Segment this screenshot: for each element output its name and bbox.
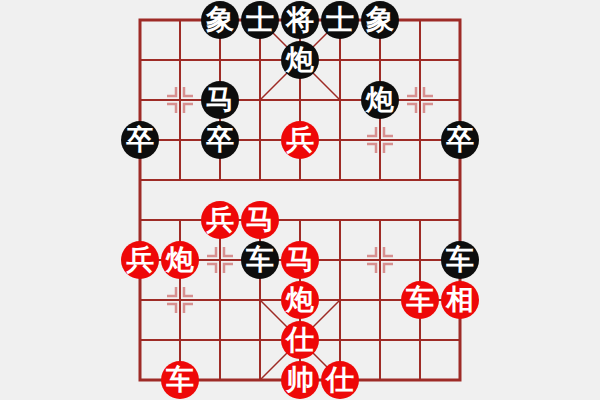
black-general[interactable]: 将 [281, 1, 319, 39]
black-chariot[interactable]: 车 [241, 241, 279, 279]
red-chariot[interactable]: 车 [401, 281, 439, 319]
board-grid[interactable]: 象士将士象炮马炮卒卒卒车车兵兵马兵炮马炮车相仕车帅仕 [120, 0, 480, 400]
black-cannon[interactable]: 炮 [361, 81, 399, 119]
red-chariot[interactable]: 车 [161, 361, 199, 399]
black-soldier[interactable]: 卒 [201, 121, 239, 159]
red-horse[interactable]: 马 [281, 241, 319, 279]
red-cannon[interactable]: 炮 [161, 241, 199, 279]
black-horse[interactable]: 马 [201, 81, 239, 119]
red-soldier[interactable]: 兵 [281, 121, 319, 159]
black-elephant[interactable]: 象 [201, 1, 239, 39]
black-advisor[interactable]: 士 [321, 1, 359, 39]
black-elephant[interactable]: 象 [361, 1, 399, 39]
black-advisor[interactable]: 士 [241, 1, 279, 39]
red-elephant[interactable]: 相 [441, 281, 479, 319]
black-cannon[interactable]: 炮 [281, 41, 319, 79]
red-soldier[interactable]: 兵 [121, 241, 159, 279]
black-chariot[interactable]: 车 [441, 241, 479, 279]
black-soldier[interactable]: 卒 [121, 121, 159, 159]
red-horse[interactable]: 马 [241, 201, 279, 239]
red-advisor[interactable]: 仕 [281, 321, 319, 359]
xiangqi-board: 象士将士象炮马炮卒卒卒车车兵兵马兵炮马炮车相仕车帅仕 [0, 0, 600, 400]
red-general[interactable]: 帅 [281, 361, 319, 399]
black-soldier[interactable]: 卒 [441, 121, 479, 159]
red-advisor[interactable]: 仕 [321, 361, 359, 399]
red-soldier[interactable]: 兵 [201, 201, 239, 239]
red-cannon[interactable]: 炮 [281, 281, 319, 319]
